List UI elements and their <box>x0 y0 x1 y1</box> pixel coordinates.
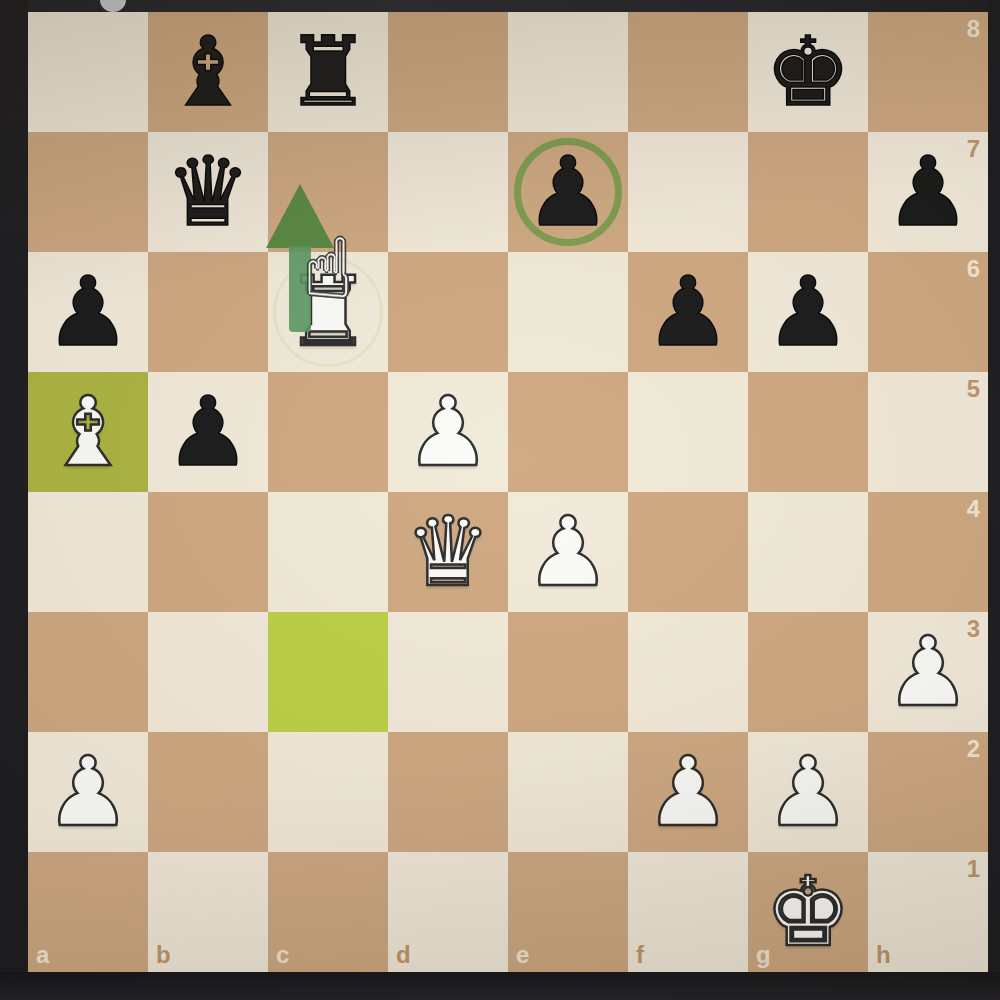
piece-white-king[interactable]: ♚ <box>748 852 868 972</box>
square-h4[interactable]: 4 <box>868 492 988 612</box>
square-d4[interactable]: ♛ <box>388 492 508 612</box>
square-b3[interactable] <box>148 612 268 732</box>
square-h6[interactable]: 6 <box>868 252 988 372</box>
square-b6[interactable] <box>148 252 268 372</box>
square-f3[interactable] <box>628 612 748 732</box>
square-a4[interactable] <box>28 492 148 612</box>
square-b1[interactable]: b <box>148 852 268 972</box>
piece-white-pawn[interactable]: ♟ <box>508 492 628 612</box>
square-c7[interactable] <box>268 132 388 252</box>
bezel-right <box>988 0 1000 1000</box>
square-b8[interactable]: ♝ <box>148 12 268 132</box>
square-d6[interactable] <box>388 252 508 372</box>
piece-black-rook[interactable]: ♜ <box>268 12 388 132</box>
square-d5[interactable]: ♟ <box>388 372 508 492</box>
piece-white-bishop[interactable]: ♝ <box>28 372 148 492</box>
square-c4[interactable] <box>268 492 388 612</box>
square-a7[interactable] <box>28 132 148 252</box>
piece-black-pawn[interactable]: ♟ <box>628 252 748 372</box>
piece-black-king[interactable]: ♚ <box>748 12 868 132</box>
piece-black-bishop[interactable]: ♝ <box>148 12 268 132</box>
square-b4[interactable] <box>148 492 268 612</box>
square-e8[interactable] <box>508 12 628 132</box>
square-d7[interactable] <box>388 132 508 252</box>
square-a1[interactable]: a <box>28 852 148 972</box>
square-a5[interactable]: ♝ <box>28 372 148 492</box>
square-c5[interactable] <box>268 372 388 492</box>
square-e5[interactable] <box>508 372 628 492</box>
square-g8[interactable]: ♚ <box>748 12 868 132</box>
square-e4[interactable]: ♟ <box>508 492 628 612</box>
square-h1[interactable]: 1h <box>868 852 988 972</box>
piece-white-rook[interactable]: ♜ <box>268 252 388 372</box>
square-g1[interactable]: g♚ <box>748 852 868 972</box>
rank-label-2: 2 <box>967 737 980 761</box>
square-h8[interactable]: 8 <box>868 12 988 132</box>
square-d3[interactable] <box>388 612 508 732</box>
file-label-b: b <box>156 943 171 967</box>
bezel-left <box>0 0 28 1000</box>
square-a8[interactable] <box>28 12 148 132</box>
file-label-d: d <box>396 943 411 967</box>
piece-white-pawn[interactable]: ♟ <box>748 732 868 852</box>
square-c2[interactable] <box>268 732 388 852</box>
square-e1[interactable]: e <box>508 852 628 972</box>
square-d1[interactable]: d <box>388 852 508 972</box>
square-e6[interactable] <box>508 252 628 372</box>
rank-label-4: 4 <box>967 497 980 521</box>
square-a3[interactable] <box>28 612 148 732</box>
square-e2[interactable] <box>508 732 628 852</box>
square-g2[interactable]: ♟ <box>748 732 868 852</box>
piece-white-pawn[interactable]: ♟ <box>388 372 508 492</box>
file-label-c: c <box>276 943 289 967</box>
file-label-h: h <box>876 943 891 967</box>
square-g6[interactable]: ♟ <box>748 252 868 372</box>
piece-black-queen[interactable]: ♛ <box>148 132 268 252</box>
file-label-a: a <box>36 943 49 967</box>
square-e3[interactable] <box>508 612 628 732</box>
square-f7[interactable] <box>628 132 748 252</box>
rank-label-1: 1 <box>967 857 980 881</box>
square-h5[interactable]: 5 <box>868 372 988 492</box>
square-f4[interactable] <box>628 492 748 612</box>
rank-label-5: 5 <box>967 377 980 401</box>
square-b5[interactable]: ♟ <box>148 372 268 492</box>
square-c8[interactable]: ♜ <box>268 12 388 132</box>
top-bar <box>0 0 1000 12</box>
square-b2[interactable] <box>148 732 268 852</box>
file-label-e: e <box>516 943 529 967</box>
square-c1[interactable]: c <box>268 852 388 972</box>
rank-label-6: 6 <box>967 257 980 281</box>
file-label-f: f <box>636 943 644 967</box>
square-b7[interactable]: ♛ <box>148 132 268 252</box>
piece-black-pawn[interactable]: ♟ <box>748 252 868 372</box>
piece-black-pawn[interactable]: ♟ <box>508 132 628 252</box>
piece-white-queen[interactable]: ♛ <box>388 492 508 612</box>
piece-black-pawn[interactable]: ♟ <box>868 132 988 252</box>
square-c6[interactable]: ♜ <box>268 252 388 372</box>
piece-black-pawn[interactable]: ♟ <box>148 372 268 492</box>
square-d2[interactable] <box>388 732 508 852</box>
square-h7[interactable]: 7♟ <box>868 132 988 252</box>
square-h2[interactable]: 2 <box>868 732 988 852</box>
piece-white-pawn[interactable]: ♟ <box>28 732 148 852</box>
chess-board: ♝♜♚8♛♟7♟♟♜♟♟6♝♟♟5♛♟43♟♟♟♟2abcdefg♚1h <box>28 12 988 972</box>
square-g5[interactable] <box>748 372 868 492</box>
square-g3[interactable] <box>748 612 868 732</box>
square-a2[interactable]: ♟ <box>28 732 148 852</box>
square-a6[interactable]: ♟ <box>28 252 148 372</box>
piece-white-pawn[interactable]: ♟ <box>868 612 988 732</box>
square-d8[interactable] <box>388 12 508 132</box>
rank-label-8: 8 <box>967 17 980 41</box>
square-f5[interactable] <box>628 372 748 492</box>
piece-white-pawn[interactable]: ♟ <box>628 732 748 852</box>
square-g4[interactable] <box>748 492 868 612</box>
square-f1[interactable]: f <box>628 852 748 972</box>
square-h3[interactable]: 3♟ <box>868 612 988 732</box>
square-e7[interactable]: ♟ <box>508 132 628 252</box>
square-f8[interactable] <box>628 12 748 132</box>
square-f6[interactable]: ♟ <box>628 252 748 372</box>
square-g7[interactable] <box>748 132 868 252</box>
bezel-bottom <box>0 972 1000 1000</box>
square-f2[interactable]: ♟ <box>628 732 748 852</box>
square-c3[interactable] <box>268 612 388 732</box>
piece-black-pawn[interactable]: ♟ <box>28 252 148 372</box>
